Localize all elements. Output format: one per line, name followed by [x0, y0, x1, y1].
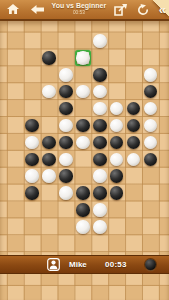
black-stone — [25, 186, 39, 200]
restart-icon[interactable] — [137, 4, 149, 16]
black-stone — [144, 85, 158, 99]
home-icon[interactable] — [7, 4, 19, 15]
white-stone — [25, 136, 39, 150]
white-stone — [76, 136, 90, 150]
white-stone — [144, 119, 158, 133]
match-title: You vs Beginner — [44, 2, 114, 9]
black-stone — [42, 136, 56, 150]
white-stone — [93, 85, 107, 99]
black-stone — [59, 102, 73, 116]
collapse-chevrons-icon[interactable]: « — [159, 0, 166, 19]
black-stone — [76, 203, 90, 217]
white-stone — [76, 220, 90, 234]
white-stone — [42, 169, 56, 183]
match-title-block: You vs Beginner 00:53 — [44, 2, 114, 17]
white-stone — [42, 85, 56, 99]
player-bar: Mike 00:53 — [0, 255, 169, 274]
black-stone — [42, 51, 56, 65]
black-stone — [42, 153, 56, 167]
white-stone — [25, 169, 39, 183]
black-stone — [110, 136, 124, 150]
share-icon[interactable] — [114, 4, 127, 16]
white-stone — [110, 119, 124, 133]
white-stone — [59, 153, 73, 167]
white-stone — [93, 102, 107, 116]
white-stone — [93, 203, 107, 217]
turn-black-stone-icon — [145, 259, 156, 270]
black-stone — [59, 169, 73, 183]
black-stone — [93, 153, 107, 167]
black-stone — [127, 102, 141, 116]
black-stone — [76, 119, 90, 133]
white-stone — [59, 186, 73, 200]
black-stone — [93, 68, 107, 82]
white-stone — [59, 68, 73, 82]
black-stone — [127, 119, 141, 133]
black-stone — [110, 169, 124, 183]
white-stone — [127, 153, 141, 167]
black-stone — [93, 119, 107, 133]
gomoku-app-screen: You vs Beginner 00:53 « Mike 00:53 — [0, 0, 169, 300]
player-timer: 00:53 — [105, 260, 127, 269]
black-stone — [93, 136, 107, 150]
white-stone — [93, 34, 107, 48]
player-avatar-icon — [47, 258, 60, 271]
black-stone — [25, 119, 39, 133]
white-stone — [144, 68, 158, 82]
black-stone — [144, 153, 158, 167]
black-stone — [93, 186, 107, 200]
white-stone — [144, 102, 158, 116]
white-stone — [93, 220, 107, 234]
white-stone — [110, 153, 124, 167]
black-stone — [76, 186, 90, 200]
white-stone — [110, 102, 124, 116]
player-name: Mike — [69, 260, 87, 269]
white-stone — [144, 136, 158, 150]
black-stone — [25, 153, 39, 167]
top-bar: You vs Beginner 00:53 « — [0, 0, 169, 21]
white-stone — [59, 119, 73, 133]
match-timer: 00:53 — [55, 10, 102, 15]
black-stone — [110, 186, 124, 200]
white-stone — [76, 85, 90, 99]
black-stone — [59, 136, 73, 150]
white-stone — [76, 51, 90, 65]
black-stone — [127, 136, 141, 150]
back-arrow-icon[interactable] — [31, 5, 44, 14]
black-stone — [59, 85, 73, 99]
white-stone — [93, 169, 107, 183]
